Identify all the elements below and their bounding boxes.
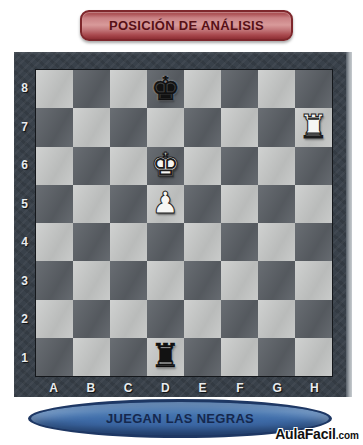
square-d7 <box>147 108 184 146</box>
square-g5 <box>258 185 295 223</box>
square-c7 <box>110 108 147 146</box>
square-b6 <box>73 147 110 185</box>
analysis-position-banner: POSICIÓN DE ANÁLISIS <box>80 10 293 41</box>
square-d5: ♟ <box>147 185 184 223</box>
square-a3 <box>36 261 73 299</box>
white-pawn: ♟ <box>152 188 179 218</box>
square-b5 <box>73 185 110 223</box>
file-label-e: E <box>184 378 221 397</box>
square-e5 <box>184 185 221 223</box>
square-h4 <box>295 223 332 261</box>
aulafacil-logo-suffix: .com <box>336 430 359 441</box>
square-f6 <box>221 147 258 185</box>
square-e3 <box>184 261 221 299</box>
square-e2 <box>184 300 221 338</box>
square-b2 <box>73 300 110 338</box>
square-f3 <box>221 261 258 299</box>
square-a8 <box>36 70 73 108</box>
rank-label-1: 1 <box>14 339 35 378</box>
square-h5 <box>295 185 332 223</box>
black-rook: ♜ <box>151 339 181 372</box>
square-b4 <box>73 223 110 261</box>
page: POSICIÓN DE ANÁLISIS 87654321 ♚♜♚♟♜ ABCD… <box>0 0 363 445</box>
white-rook: ♜ <box>299 110 329 143</box>
square-g1 <box>258 338 295 376</box>
square-d3 <box>147 261 184 299</box>
aulafacil-logo-name: AulaFacil <box>275 426 335 442</box>
square-e8 <box>184 70 221 108</box>
square-h2 <box>295 300 332 338</box>
square-h6 <box>295 147 332 185</box>
square-g8 <box>258 70 295 108</box>
file-label-c: C <box>110 378 147 397</box>
square-h1 <box>295 338 332 376</box>
rank-label-5: 5 <box>14 185 35 224</box>
square-a6 <box>36 147 73 185</box>
square-b8 <box>73 70 110 108</box>
square-c2 <box>110 300 147 338</box>
file-label-d: D <box>147 378 184 397</box>
square-g4 <box>258 223 295 261</box>
file-labels: ABCDEFGH <box>35 378 333 397</box>
square-c1 <box>110 338 147 376</box>
square-g7 <box>258 108 295 146</box>
square-b7 <box>73 108 110 146</box>
square-c6 <box>110 147 147 185</box>
rank-label-8: 8 <box>14 69 35 108</box>
board-frame-bevel <box>346 52 352 397</box>
file-label-g: G <box>259 378 296 397</box>
square-g2 <box>258 300 295 338</box>
rank-label-3: 3 <box>14 262 35 301</box>
square-g3 <box>258 261 295 299</box>
white-king: ♚ <box>151 148 181 181</box>
file-label-h: H <box>296 378 333 397</box>
square-f7 <box>221 108 258 146</box>
square-f8 <box>221 70 258 108</box>
square-c5 <box>110 185 147 223</box>
square-c4 <box>110 223 147 261</box>
square-g6 <box>258 147 295 185</box>
square-a7 <box>36 108 73 146</box>
rank-labels: 87654321 <box>14 69 35 377</box>
square-b3 <box>73 261 110 299</box>
square-c3 <box>110 261 147 299</box>
square-h8 <box>295 70 332 108</box>
square-f5 <box>221 185 258 223</box>
square-f4 <box>221 223 258 261</box>
file-label-f: F <box>221 378 258 397</box>
black-king: ♚ <box>151 72 181 105</box>
square-f2 <box>221 300 258 338</box>
aulafacil-logo: AulaFacil .com <box>275 426 359 442</box>
square-a2 <box>36 300 73 338</box>
square-b1 <box>73 338 110 376</box>
board-grid: ♚♜♚♟♜ <box>35 69 333 377</box>
square-e1 <box>184 338 221 376</box>
file-label-a: A <box>35 378 72 397</box>
square-d4 <box>147 223 184 261</box>
square-a1 <box>36 338 73 376</box>
square-h7: ♜ <box>295 108 332 146</box>
rank-label-7: 7 <box>14 108 35 147</box>
rank-label-4: 4 <box>14 223 35 262</box>
square-f1 <box>221 338 258 376</box>
square-d8: ♚ <box>147 70 184 108</box>
square-c8 <box>110 70 147 108</box>
square-e7 <box>184 108 221 146</box>
rank-label-2: 2 <box>14 300 35 339</box>
square-d6: ♚ <box>147 147 184 185</box>
file-label-b: B <box>72 378 109 397</box>
rank-label-6: 6 <box>14 146 35 185</box>
square-e6 <box>184 147 221 185</box>
square-a4 <box>36 223 73 261</box>
square-a5 <box>36 185 73 223</box>
black-to-move-label: JUEGAN LAS NEGRAS <box>106 411 254 426</box>
square-e4 <box>184 223 221 261</box>
square-d1: ♜ <box>147 338 184 376</box>
analysis-position-title: POSICIÓN DE ANÁLISIS <box>109 18 264 33</box>
square-h3 <box>295 261 332 299</box>
square-d2 <box>147 300 184 338</box>
